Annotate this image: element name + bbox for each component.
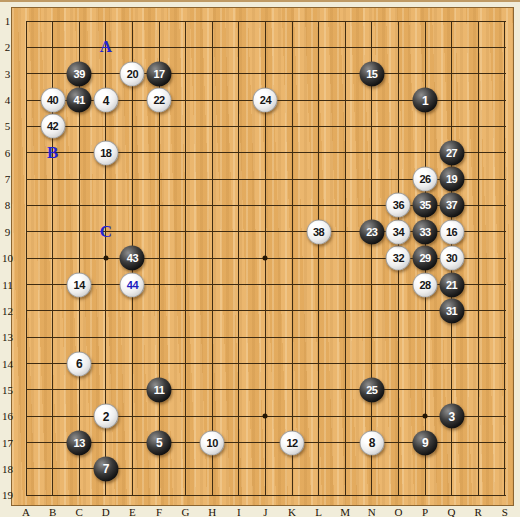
- column-coordinate-label: F: [149, 505, 169, 517]
- stone-white-14[interactable]: 14: [67, 272, 92, 297]
- stone-black-29[interactable]: 29: [413, 246, 438, 271]
- stone-white-38[interactable]: 38: [306, 219, 331, 244]
- grid-horizontal-line: [26, 73, 506, 74]
- star-point: [103, 256, 108, 261]
- stone-white-36[interactable]: 36: [386, 193, 411, 218]
- column-coordinate-label: H: [202, 505, 222, 517]
- stone-move-number: 34: [393, 226, 404, 237]
- grid-horizontal-line: [26, 337, 506, 338]
- row-coordinate-label: 12: [0, 304, 15, 318]
- stone-move-number: 18: [100, 147, 111, 158]
- grid-vertical-line: [238, 21, 239, 496]
- stone-white-42[interactable]: 42: [40, 114, 65, 139]
- stone-black-11[interactable]: 11: [147, 377, 172, 402]
- column-coordinate-label: N: [362, 505, 382, 517]
- stone-white-44[interactable]: 44: [120, 272, 145, 297]
- stone-move-number: 33: [419, 226, 430, 237]
- stone-black-43[interactable]: 43: [120, 246, 145, 271]
- row-coordinate-label: 8: [0, 198, 15, 212]
- stone-move-number: 3: [449, 410, 455, 422]
- row-coordinate-label: 15: [0, 383, 15, 397]
- row-coordinate-label: 6: [0, 146, 15, 160]
- stone-move-number: 9: [422, 437, 428, 449]
- stone-white-12[interactable]: 12: [280, 430, 305, 455]
- stone-black-35[interactable]: 35: [413, 193, 438, 218]
- grid-horizontal-line: [26, 21, 506, 22]
- stone-black-33[interactable]: 33: [413, 219, 438, 244]
- grid-horizontal-line: [26, 363, 506, 364]
- star-point: [423, 414, 428, 419]
- stone-white-28[interactable]: 28: [413, 272, 438, 297]
- column-coordinate-label: E: [122, 505, 142, 517]
- stone-move-number: 27: [446, 147, 457, 158]
- star-point: [263, 414, 268, 419]
- stone-move-number: 36: [393, 200, 404, 211]
- stone-move-number: 23: [366, 226, 377, 237]
- stone-move-number: 11: [154, 384, 165, 395]
- row-coordinate-label: 7: [0, 172, 15, 186]
- grid-horizontal-line: [26, 495, 506, 496]
- stone-white-26[interactable]: 26: [413, 167, 438, 192]
- stone-black-39[interactable]: 39: [67, 61, 92, 86]
- column-coordinate-label: L: [309, 505, 329, 517]
- stone-black-41[interactable]: 41: [67, 88, 92, 113]
- row-coordinate-label: 5: [0, 119, 15, 133]
- grid-horizontal-line: [26, 310, 506, 311]
- row-coordinate-label: 18: [0, 462, 15, 476]
- stone-black-27[interactable]: 27: [439, 140, 464, 165]
- stone-black-15[interactable]: 15: [359, 61, 384, 86]
- stone-move-number: 31: [446, 305, 457, 316]
- go-diagram: 12345678910111213141516171819ABCDEFGHIJK…: [0, 0, 520, 517]
- stone-move-number: 41: [74, 95, 85, 106]
- stone-white-32[interactable]: 32: [386, 246, 411, 271]
- stone-white-8[interactable]: 8: [359, 430, 384, 455]
- stone-black-3[interactable]: 3: [439, 404, 464, 429]
- column-coordinate-label: R: [468, 505, 488, 517]
- stone-move-number: 43: [127, 253, 138, 264]
- stone-move-number: 35: [419, 200, 430, 211]
- grid-vertical-line: [345, 21, 346, 496]
- stone-move-number: 15: [366, 68, 377, 79]
- stone-move-number: 2: [103, 410, 109, 422]
- grid-vertical-line: [26, 21, 27, 496]
- stone-move-number: 22: [153, 95, 164, 106]
- grid-vertical-line: [212, 21, 213, 496]
- stone-black-23[interactable]: 23: [359, 219, 384, 244]
- stone-move-number: 16: [446, 226, 457, 237]
- grid-vertical-line: [371, 21, 372, 496]
- stone-move-number: 4: [103, 94, 109, 106]
- stone-white-40[interactable]: 40: [40, 88, 65, 113]
- stone-white-24[interactable]: 24: [253, 88, 278, 113]
- column-coordinate-label: S: [495, 505, 515, 517]
- stone-black-21[interactable]: 21: [439, 272, 464, 297]
- stone-move-number: 14: [74, 279, 85, 290]
- row-coordinate-label: 2: [0, 40, 15, 54]
- stone-white-2[interactable]: 2: [93, 404, 118, 429]
- column-coordinate-label: A: [16, 505, 36, 517]
- stone-white-18[interactable]: 18: [93, 140, 118, 165]
- stone-move-number: 26: [419, 174, 430, 185]
- column-coordinate-label: P: [415, 505, 435, 517]
- stone-move-number: 38: [313, 226, 324, 237]
- column-coordinate-label: D: [96, 505, 116, 517]
- row-coordinate-label: 9: [0, 225, 15, 239]
- stone-move-number: 44: [127, 279, 138, 290]
- stone-move-number: 39: [74, 68, 85, 79]
- row-coordinate-label: 13: [0, 330, 15, 344]
- column-coordinate-label: K: [282, 505, 302, 517]
- stone-move-number: 6: [76, 358, 82, 370]
- reference-label-B: B: [47, 143, 58, 160]
- stone-move-number: 21: [446, 279, 457, 290]
- grid-vertical-line: [504, 21, 505, 496]
- grid-vertical-line: [185, 21, 186, 496]
- row-coordinate-label: 17: [0, 436, 15, 450]
- stone-black-13[interactable]: 13: [67, 430, 92, 455]
- stone-move-number: 17: [153, 68, 164, 79]
- grid-vertical-line: [478, 21, 479, 496]
- stone-black-17[interactable]: 17: [147, 61, 172, 86]
- stone-white-20[interactable]: 20: [120, 61, 145, 86]
- row-coordinate-label: 11: [0, 278, 15, 292]
- stone-black-37[interactable]: 37: [439, 193, 464, 218]
- star-point: [263, 256, 268, 261]
- row-coordinate-label: 16: [0, 409, 15, 423]
- stone-move-number: 25: [366, 384, 377, 395]
- stone-move-number: 32: [393, 253, 404, 264]
- stone-white-10[interactable]: 10: [200, 430, 225, 455]
- reference-label-A: A: [100, 38, 112, 55]
- column-coordinate-label: O: [388, 505, 408, 517]
- stone-move-number: 5: [156, 437, 162, 449]
- stone-move-number: 10: [207, 437, 218, 448]
- column-coordinate-label: B: [43, 505, 63, 517]
- stone-black-19[interactable]: 19: [439, 167, 464, 192]
- stone-black-31[interactable]: 31: [439, 298, 464, 323]
- stone-white-22[interactable]: 22: [147, 88, 172, 113]
- column-coordinate-label: Q: [442, 505, 462, 517]
- row-coordinate-label: 4: [0, 93, 15, 107]
- row-coordinate-label: 1: [0, 14, 15, 28]
- stone-black-5[interactable]: 5: [147, 430, 172, 455]
- column-coordinate-label: M: [335, 505, 355, 517]
- stone-move-number: 42: [47, 121, 58, 132]
- reference-label-C: C: [100, 222, 112, 239]
- stone-white-16[interactable]: 16: [439, 219, 464, 244]
- stone-move-number: 1: [422, 94, 428, 106]
- stone-move-number: 8: [369, 437, 375, 449]
- grid-vertical-line: [292, 21, 293, 496]
- column-coordinate-label: I: [229, 505, 249, 517]
- column-coordinate-label: C: [69, 505, 89, 517]
- stone-move-number: 40: [47, 95, 58, 106]
- grid-horizontal-line: [26, 126, 506, 127]
- stone-move-number: 37: [446, 200, 457, 211]
- grid-horizontal-line: [26, 389, 506, 390]
- column-coordinate-label: G: [176, 505, 196, 517]
- stone-white-30[interactable]: 30: [439, 246, 464, 271]
- stone-black-25[interactable]: 25: [359, 377, 384, 402]
- stone-move-number: 19: [446, 174, 457, 185]
- stone-white-6[interactable]: 6: [67, 351, 92, 376]
- row-coordinate-label: 19: [0, 488, 15, 502]
- stone-white-4[interactable]: 4: [93, 88, 118, 113]
- stone-black-7[interactable]: 7: [93, 456, 118, 481]
- stone-move-number: 13: [74, 437, 85, 448]
- stone-white-34[interactable]: 34: [386, 219, 411, 244]
- stone-move-number: 7: [103, 463, 109, 475]
- stone-move-number: 20: [127, 68, 138, 79]
- stone-move-number: 12: [286, 437, 297, 448]
- stone-black-9[interactable]: 9: [413, 430, 438, 455]
- row-coordinate-label: 3: [0, 67, 15, 81]
- grid-vertical-line: [318, 21, 319, 496]
- stone-move-number: 29: [419, 253, 430, 264]
- stone-move-number: 24: [260, 95, 271, 106]
- grid-horizontal-line: [26, 47, 506, 48]
- stone-move-number: 30: [446, 253, 457, 264]
- stone-move-number: 28: [419, 279, 430, 290]
- row-coordinate-label: 10: [0, 251, 15, 265]
- column-coordinate-label: J: [255, 505, 275, 517]
- stone-black-1[interactable]: 1: [413, 88, 438, 113]
- row-coordinate-label: 14: [0, 357, 15, 371]
